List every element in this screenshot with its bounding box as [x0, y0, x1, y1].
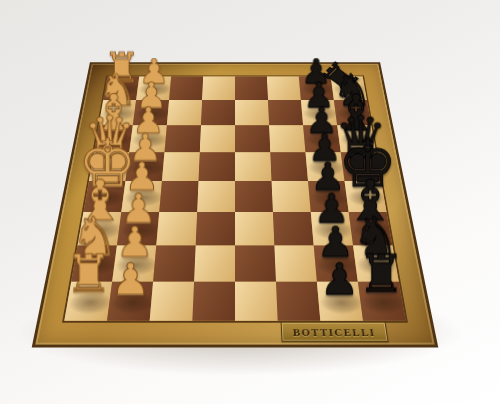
- piece-black-rook[interactable]: ♜: [351, 249, 412, 301]
- square[interactable]: [197, 181, 235, 212]
- chess-board: ♜♟♟♜♞♟♟♞♝♟♟♝♛♟♟♛♚♟♟♚♝♟♟♝♞♟♟♞♜♟♟♜ BOTTICE…: [32, 62, 439, 347]
- square[interactable]: [194, 245, 235, 281]
- square[interactable]: [201, 100, 235, 125]
- square[interactable]: [235, 212, 274, 245]
- square[interactable]: [235, 282, 278, 321]
- square[interactable]: [235, 181, 273, 212]
- square[interactable]: ♟: [107, 282, 153, 321]
- square[interactable]: [202, 76, 235, 100]
- square[interactable]: [235, 245, 276, 281]
- square[interactable]: [235, 76, 268, 100]
- brand-plaque: BOTTICELLI: [281, 322, 389, 342]
- board-frame: ♜♟♟♜♞♟♟♞♝♟♟♝♛♟♟♛♚♟♟♚♝♟♟♝♞♟♟♞♜♟♟♜ BOTTICE…: [32, 62, 439, 347]
- square[interactable]: ♜: [358, 282, 406, 321]
- piece-white-pawn[interactable]: ♟: [100, 257, 161, 301]
- square[interactable]: [198, 152, 235, 181]
- square[interactable]: [200, 125, 235, 152]
- chess-set-photo: ♜♟♟♜♞♟♟♞♝♟♟♝♛♟♟♛♚♟♟♚♝♟♟♝♞♟♟♞♜♟♟♜ BOTTICE…: [0, 0, 500, 404]
- square[interactable]: [235, 100, 269, 125]
- brand-plaque-text: BOTTICELLI: [292, 326, 376, 337]
- square[interactable]: [192, 282, 235, 321]
- square[interactable]: [235, 125, 270, 152]
- board-grid: ♜♟♟♜♞♟♟♞♝♟♟♝♛♟♟♛♚♟♟♚♝♟♟♝♞♟♟♞♜♟♟♜: [64, 76, 405, 320]
- square[interactable]: [196, 212, 235, 245]
- square[interactable]: [235, 152, 272, 181]
